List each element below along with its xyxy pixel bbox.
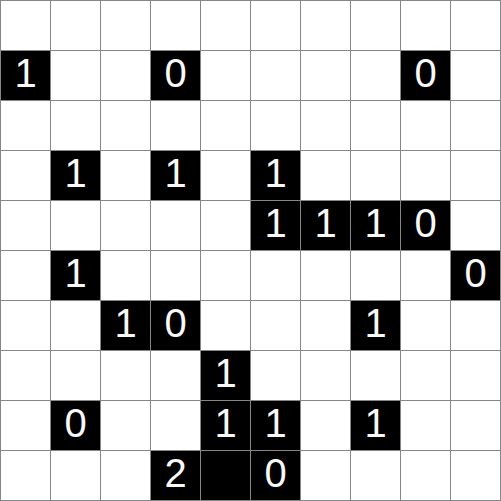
- clue-digit: 1: [64, 151, 86, 196]
- cell-r1c4-empty[interactable]: [201, 51, 250, 100]
- cell-r1c9-empty[interactable]: [451, 51, 500, 100]
- cell-r4c5-clue-1[interactable]: 1: [251, 201, 300, 250]
- cell-r6c8-empty[interactable]: [401, 301, 450, 350]
- cell-r4c6-clue-1[interactable]: 1: [301, 201, 350, 250]
- cell-r1c6-empty[interactable]: [301, 51, 350, 100]
- cell-r2c2-empty[interactable]: [101, 101, 150, 150]
- cell-r2c9-empty[interactable]: [451, 101, 500, 150]
- cell-r2c6-empty[interactable]: [301, 101, 350, 150]
- clue-digit: 1: [264, 401, 286, 446]
- cell-r2c0-empty[interactable]: [1, 101, 50, 150]
- cell-r3c5-clue-1[interactable]: 1: [251, 151, 300, 200]
- cell-r6c4-empty[interactable]: [201, 301, 250, 350]
- cell-r0c1-empty[interactable]: [51, 1, 100, 50]
- cell-r3c2-empty[interactable]: [101, 151, 150, 200]
- cell-r4c9-empty[interactable]: [451, 201, 500, 250]
- cell-r1c7-empty[interactable]: [351, 51, 400, 100]
- cell-r9c9-empty[interactable]: [451, 451, 500, 500]
- cell-r9c2-empty[interactable]: [101, 451, 150, 500]
- clue-digit: 1: [314, 201, 336, 246]
- cell-r3c4-empty[interactable]: [201, 151, 250, 200]
- cell-r9c4-black[interactable]: [201, 451, 250, 500]
- cell-r0c3-empty[interactable]: [151, 1, 200, 50]
- cell-r4c1-empty[interactable]: [51, 201, 100, 250]
- cell-r6c9-empty[interactable]: [451, 301, 500, 350]
- cell-r5c9-clue-0[interactable]: 0: [451, 251, 500, 300]
- cell-r7c0-empty[interactable]: [1, 351, 50, 400]
- cell-r0c4-empty[interactable]: [201, 1, 250, 50]
- cell-r3c6-empty[interactable]: [301, 151, 350, 200]
- cell-r2c4-empty[interactable]: [201, 101, 250, 150]
- cell-r8c7-clue-1[interactable]: 1: [351, 401, 400, 450]
- clue-digit: 0: [414, 51, 436, 96]
- clue-digit: 0: [164, 301, 186, 346]
- cell-r4c2-empty[interactable]: [101, 201, 150, 250]
- cell-r2c3-empty[interactable]: [151, 101, 200, 150]
- cell-r9c8-empty[interactable]: [401, 451, 450, 500]
- cell-r8c5-clue-1[interactable]: 1: [251, 401, 300, 450]
- cell-r0c0-empty[interactable]: [1, 1, 50, 50]
- cell-r0c2-empty[interactable]: [101, 1, 150, 50]
- clue-digit: 1: [264, 151, 286, 196]
- cell-r6c2-clue-1[interactable]: 1: [101, 301, 150, 350]
- clue-digit: 1: [364, 401, 386, 446]
- cell-r5c0-empty[interactable]: [1, 251, 50, 300]
- cell-r5c5-empty[interactable]: [251, 251, 300, 300]
- cell-r0c7-empty[interactable]: [351, 1, 400, 50]
- clue-digit: 0: [464, 251, 486, 296]
- cell-r3c8-empty[interactable]: [401, 151, 450, 200]
- cell-r8c6-empty[interactable]: [301, 401, 350, 450]
- cell-r7c3-empty[interactable]: [151, 351, 200, 400]
- cell-r8c3-empty[interactable]: [151, 401, 200, 450]
- cell-r5c7-empty[interactable]: [351, 251, 400, 300]
- cell-r5c3-empty[interactable]: [151, 251, 200, 300]
- cell-r6c6-empty[interactable]: [301, 301, 350, 350]
- cell-r0c5-empty[interactable]: [251, 1, 300, 50]
- clue-digit: 1: [14, 51, 36, 96]
- puzzle-board: 1001111110101011011120: [0, 0, 501, 501]
- cell-r1c5-empty[interactable]: [251, 51, 300, 100]
- clue-digit: 1: [164, 151, 186, 196]
- cell-r2c5-empty[interactable]: [251, 101, 300, 150]
- cell-r7c4-clue-1[interactable]: 1: [201, 351, 250, 400]
- cell-r6c5-empty[interactable]: [251, 301, 300, 350]
- cell-r6c0-empty[interactable]: [1, 301, 50, 350]
- clue-digit: 0: [264, 451, 286, 496]
- cell-r8c0-empty[interactable]: [1, 401, 50, 450]
- cell-r6c7-clue-1[interactable]: 1: [351, 301, 400, 350]
- cell-r5c8-empty[interactable]: [401, 251, 450, 300]
- cell-r8c1-clue-0[interactable]: 0: [51, 401, 100, 450]
- cell-r8c8-empty[interactable]: [401, 401, 450, 450]
- cell-r5c6-empty[interactable]: [301, 251, 350, 300]
- cell-r1c0-clue-1[interactable]: 1: [1, 51, 50, 100]
- cell-r7c7-empty[interactable]: [351, 351, 400, 400]
- cell-r0c9-empty[interactable]: [451, 1, 500, 50]
- cell-r3c9-empty[interactable]: [451, 151, 500, 200]
- cell-r5c2-empty[interactable]: [101, 251, 150, 300]
- clue-digit: 1: [64, 251, 86, 296]
- clue-digit: 1: [364, 201, 386, 246]
- clue-digit: 0: [414, 201, 436, 246]
- cell-r5c4-empty[interactable]: [201, 251, 250, 300]
- cell-r0c6-empty[interactable]: [301, 1, 350, 50]
- cell-r9c1-empty[interactable]: [51, 451, 100, 500]
- cell-r2c1-empty[interactable]: [51, 101, 100, 150]
- cell-r6c3-clue-0[interactable]: 0: [151, 301, 200, 350]
- clue-digit: 1: [214, 401, 236, 446]
- cell-r4c0-empty[interactable]: [1, 201, 50, 250]
- cell-r9c3-clue-2[interactable]: 2: [151, 451, 200, 500]
- cell-r2c7-empty[interactable]: [351, 101, 400, 150]
- clue-digit: 0: [64, 401, 86, 446]
- cell-r3c3-clue-1[interactable]: 1: [151, 151, 200, 200]
- cell-r8c4-clue-1[interactable]: 1: [201, 401, 250, 450]
- cell-r4c4-empty[interactable]: [201, 201, 250, 250]
- clue-digit: 1: [114, 301, 136, 346]
- cell-r9c0-empty[interactable]: [1, 451, 50, 500]
- cell-r2c8-empty[interactable]: [401, 101, 450, 150]
- cell-r8c2-empty[interactable]: [101, 401, 150, 450]
- cell-r0c8-empty[interactable]: [401, 1, 450, 50]
- cell-r9c5-clue-0[interactable]: 0: [251, 451, 300, 500]
- cell-r3c7-empty[interactable]: [351, 151, 400, 200]
- cell-r4c8-clue-0[interactable]: 0: [401, 201, 450, 250]
- clue-digit: 1: [214, 351, 236, 396]
- cell-r1c3-clue-0[interactable]: 0: [151, 51, 200, 100]
- cell-r6c1-empty[interactable]: [51, 301, 100, 350]
- clue-digit: 1: [264, 201, 286, 246]
- cell-r5c1-clue-1[interactable]: 1: [51, 251, 100, 300]
- clue-digit: 1: [364, 301, 386, 346]
- cell-r7c1-empty[interactable]: [51, 351, 100, 400]
- cell-r9c6-empty[interactable]: [301, 451, 350, 500]
- cell-r7c5-empty[interactable]: [251, 351, 300, 400]
- clue-digit: 2: [164, 451, 186, 496]
- cell-r3c0-empty[interactable]: [1, 151, 50, 200]
- clue-digit: 0: [164, 51, 186, 96]
- cell-r1c1-empty[interactable]: [51, 51, 100, 100]
- cell-r8c9-empty[interactable]: [451, 401, 500, 450]
- cell-r9c7-empty[interactable]: [351, 451, 400, 500]
- cell-r7c9-empty[interactable]: [451, 351, 500, 400]
- cell-r7c6-empty[interactable]: [301, 351, 350, 400]
- cell-r1c2-empty[interactable]: [101, 51, 150, 100]
- cell-r4c7-clue-1[interactable]: 1: [351, 201, 400, 250]
- cell-r1c8-clue-0[interactable]: 0: [401, 51, 450, 100]
- cell-r7c8-empty[interactable]: [401, 351, 450, 400]
- cell-r4c3-empty[interactable]: [151, 201, 200, 250]
- cell-r3c1-clue-1[interactable]: 1: [51, 151, 100, 200]
- cell-r7c2-empty[interactable]: [101, 351, 150, 400]
